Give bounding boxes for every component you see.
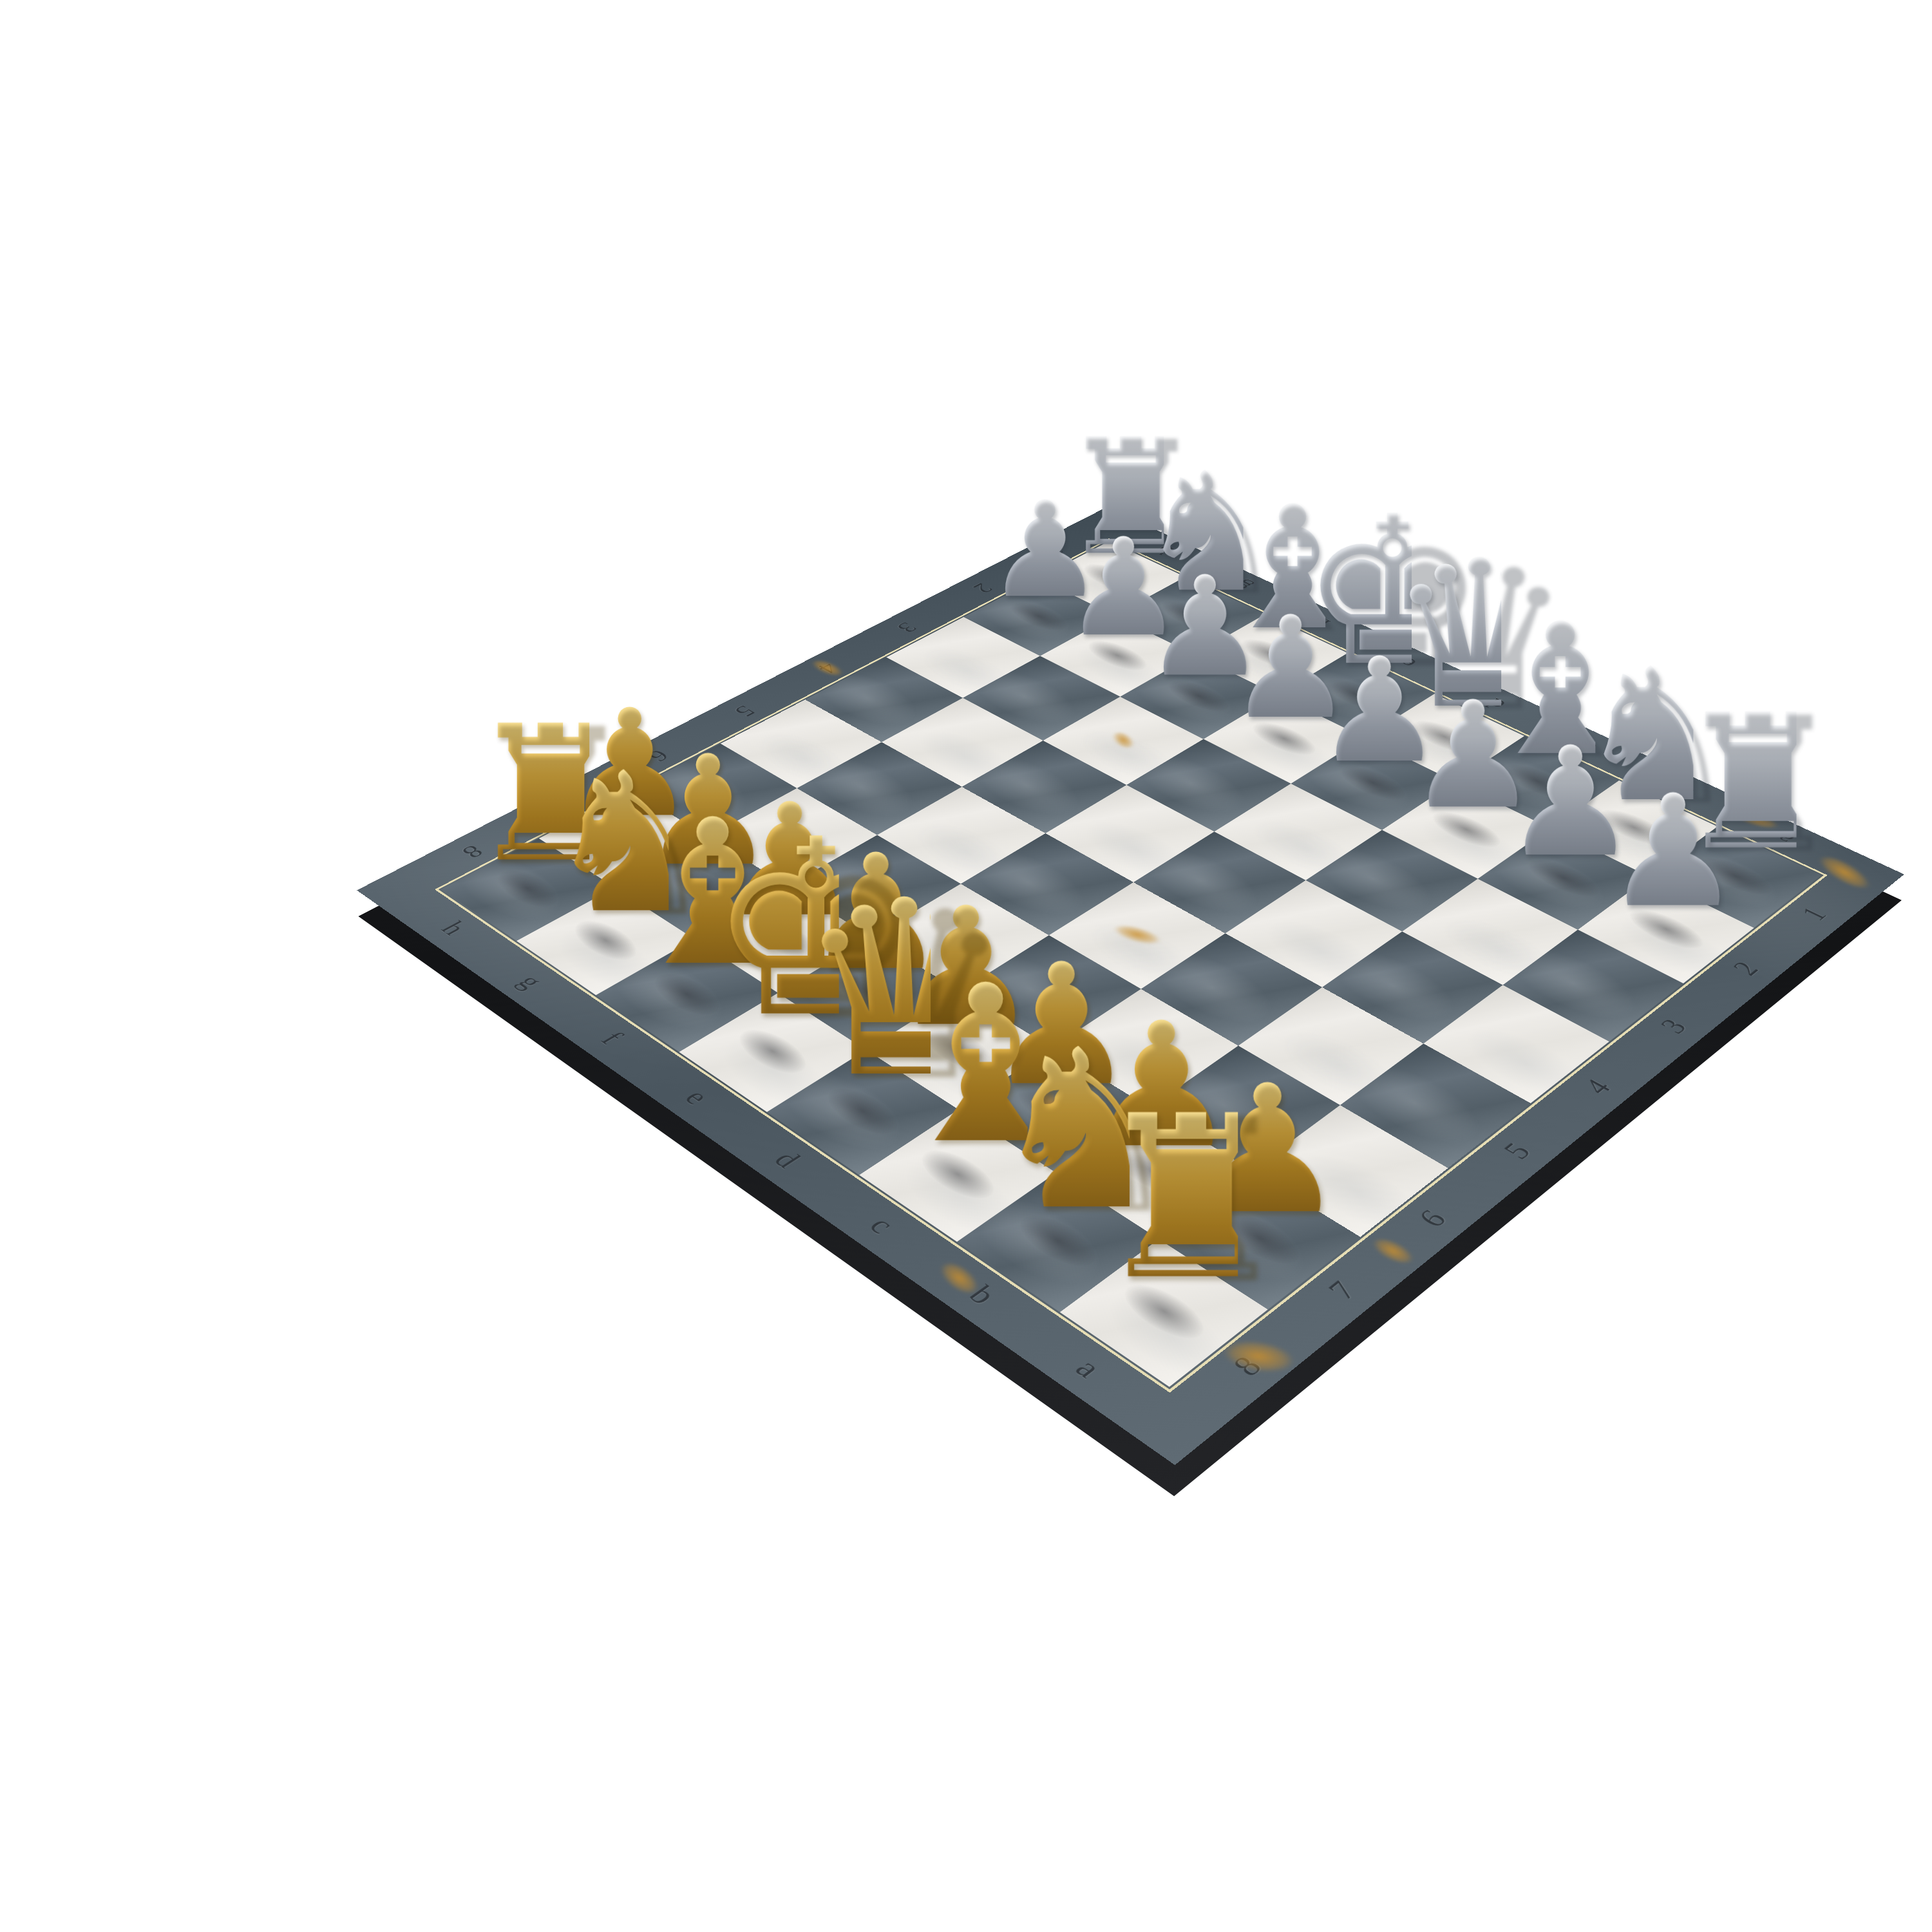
file-label-e-near-edge: e xyxy=(678,1084,718,1110)
piece-black-rook-a8[interactable]: ♜ xyxy=(1090,1086,1237,1311)
rank-label-3-afile-edge: 3 xyxy=(1653,1014,1694,1037)
piece-white-pawn-a2[interactable]: ♟ xyxy=(1604,774,1728,929)
file-label-g-near-edge: g xyxy=(511,970,551,993)
file-label-h-near-edge: h xyxy=(435,917,474,940)
file-label-c-near-edge: c xyxy=(862,1211,904,1238)
rank-label-3-hfile-edge: 3 xyxy=(891,620,923,636)
chess-board-3d: ♜♞♝♛♚♝♞♜♟♟♟♟♟♟♟♟♟♟♟♟♟♟♟♟♜♞♝♛♚♝♞♜ aa88bb7… xyxy=(357,507,1904,1465)
rank-label-7-afile-edge: 7 xyxy=(1320,1275,1364,1305)
rank-label-4-afile-edge: 4 xyxy=(1576,1074,1618,1099)
rank-label-5-afile-edge: 5 xyxy=(1495,1137,1539,1164)
board-marble-border: ♜♞♝♛♚♝♞♜♟♟♟♟♟♟♟♟♟♟♟♟♟♟♟♟♜♞♝♛♚♝♞♜ aa88bb7… xyxy=(357,507,1904,1465)
board-scene: ♜♞♝♛♚♝♞♜♟♟♟♟♟♟♟♟♟♟♟♟♟♟♟♟♜♞♝♛♚♝♞♜ aa88bb7… xyxy=(586,335,1681,1430)
marble-vein xyxy=(1358,1228,1428,1274)
file-label-a-near-edge: a xyxy=(1068,1352,1110,1384)
chess-board-field: ♜♞♝♛♚♝♞♜♟♟♟♟♟♟♟♟♟♟♟♟♟♟♟♟♜♞♝♛♚♝♞♜ xyxy=(441,541,1821,1387)
file-label-d-near-edge: d xyxy=(767,1146,809,1173)
rank-label-2-afile-edge: 2 xyxy=(1725,957,1766,980)
rank-label-5-hfile-edge: 5 xyxy=(729,703,761,721)
rank-label-6-afile-edge: 6 xyxy=(1410,1204,1454,1233)
product-photo-stage: ♜♞♝♛♚♝♞♜♟♟♟♟♟♟♟♟♟♟♟♟♟♟♟♟♜♞♝♛♚♝♞♜ aa88bb7… xyxy=(0,0,1932,1932)
rank-label-1-afile-edge: 1 xyxy=(1794,903,1834,925)
file-label-f-near-edge: f xyxy=(594,1027,630,1048)
